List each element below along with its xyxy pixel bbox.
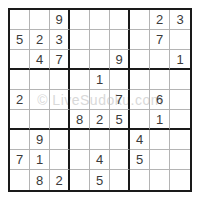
cell-r1c8: 2 bbox=[150, 10, 170, 30]
cell-r3c6: 9 bbox=[110, 50, 130, 70]
cell-r5c4[interactable] bbox=[70, 90, 90, 110]
cell-r4c6[interactable] bbox=[110, 70, 130, 90]
cell-r4c1[interactable] bbox=[10, 70, 30, 90]
cell-r1c1[interactable] bbox=[10, 10, 30, 30]
sudoku-board: © LiveSudoku.com 92352374791127682519471… bbox=[8, 8, 192, 192]
cell-r4c7[interactable] bbox=[130, 70, 150, 90]
cell-r5c9[interactable] bbox=[170, 90, 190, 110]
cell-r6c2[interactable] bbox=[30, 110, 50, 130]
cell-r2c8: 7 bbox=[150, 30, 170, 50]
cell-r6c5: 2 bbox=[90, 110, 110, 130]
cell-r3c4[interactable] bbox=[70, 50, 90, 70]
cell-r3c1[interactable] bbox=[10, 50, 30, 70]
cell-r7c9[interactable] bbox=[170, 130, 190, 150]
cell-r1c5[interactable] bbox=[90, 10, 110, 30]
cell-r9c3: 2 bbox=[50, 170, 70, 190]
cell-r9c1[interactable] bbox=[10, 170, 30, 190]
cell-r4c3[interactable] bbox=[50, 70, 70, 90]
cell-r2c3: 3 bbox=[50, 30, 70, 50]
cell-r3c5[interactable] bbox=[90, 50, 110, 70]
cell-r6c1[interactable] bbox=[10, 110, 30, 130]
cell-r8c5: 4 bbox=[90, 150, 110, 170]
cell-r6c8: 1 bbox=[150, 110, 170, 130]
cell-r6c3[interactable] bbox=[50, 110, 70, 130]
cell-r4c5: 1 bbox=[90, 70, 110, 90]
cell-r2c4[interactable] bbox=[70, 30, 90, 50]
cell-r9c6[interactable] bbox=[110, 170, 130, 190]
cell-r4c9[interactable] bbox=[170, 70, 190, 90]
cell-r2c6[interactable] bbox=[110, 30, 130, 50]
cell-r5c1: 2 bbox=[10, 90, 30, 110]
cell-r6c7[interactable] bbox=[130, 110, 150, 130]
cell-r9c7[interactable] bbox=[130, 170, 150, 190]
cell-r8c8[interactable] bbox=[150, 150, 170, 170]
cell-r3c9: 1 bbox=[170, 50, 190, 70]
cell-r1c3: 9 bbox=[50, 10, 70, 30]
cell-r7c6[interactable] bbox=[110, 130, 130, 150]
cell-r5c2[interactable] bbox=[30, 90, 50, 110]
cell-r8c2: 1 bbox=[30, 150, 50, 170]
cell-r1c7[interactable] bbox=[130, 10, 150, 30]
cell-r9c4[interactable] bbox=[70, 170, 90, 190]
cell-r5c7[interactable] bbox=[130, 90, 150, 110]
cell-r5c3[interactable] bbox=[50, 90, 70, 110]
cell-r5c6: 7 bbox=[110, 90, 130, 110]
cell-r2c1: 5 bbox=[10, 30, 30, 50]
cell-r6c4: 8 bbox=[70, 110, 90, 130]
cell-r1c4[interactable] bbox=[70, 10, 90, 30]
cell-r7c3[interactable] bbox=[50, 130, 70, 150]
cell-r4c8[interactable] bbox=[150, 70, 170, 90]
cell-r1c9: 3 bbox=[170, 10, 190, 30]
cell-r2c7[interactable] bbox=[130, 30, 150, 50]
cell-r4c2[interactable] bbox=[30, 70, 50, 90]
cell-r3c8[interactable] bbox=[150, 50, 170, 70]
cell-r3c3: 7 bbox=[50, 50, 70, 70]
cell-r1c2[interactable] bbox=[30, 10, 50, 30]
cell-r2c9[interactable] bbox=[170, 30, 190, 50]
cell-r8c7: 5 bbox=[130, 150, 150, 170]
cell-r7c1[interactable] bbox=[10, 130, 30, 150]
cell-r5c5[interactable] bbox=[90, 90, 110, 110]
cell-r9c5: 5 bbox=[90, 170, 110, 190]
cell-r8c1: 7 bbox=[10, 150, 30, 170]
cell-r7c4[interactable] bbox=[70, 130, 90, 150]
cell-r1c6[interactable] bbox=[110, 10, 130, 30]
cell-r9c8[interactable] bbox=[150, 170, 170, 190]
cell-r4c4[interactable] bbox=[70, 70, 90, 90]
cell-r7c5[interactable] bbox=[90, 130, 110, 150]
cell-r6c9[interactable] bbox=[170, 110, 190, 130]
sudoku-page: © LiveSudoku.com 92352374791127682519471… bbox=[0, 0, 200, 200]
cell-r2c2: 2 bbox=[30, 30, 50, 50]
cell-r9c9[interactable] bbox=[170, 170, 190, 190]
cell-r8c6[interactable] bbox=[110, 150, 130, 170]
cell-r3c2: 4 bbox=[30, 50, 50, 70]
cell-r5c8: 6 bbox=[150, 90, 170, 110]
cell-r8c3[interactable] bbox=[50, 150, 70, 170]
cell-r8c4[interactable] bbox=[70, 150, 90, 170]
cell-r6c6: 5 bbox=[110, 110, 130, 130]
cell-r9c2: 8 bbox=[30, 170, 50, 190]
cell-r7c8[interactable] bbox=[150, 130, 170, 150]
cell-r7c2: 9 bbox=[30, 130, 50, 150]
cell-r2c5[interactable] bbox=[90, 30, 110, 50]
cell-r3c7[interactable] bbox=[130, 50, 150, 70]
cell-r8c9[interactable] bbox=[170, 150, 190, 170]
cell-r7c7: 4 bbox=[130, 130, 150, 150]
